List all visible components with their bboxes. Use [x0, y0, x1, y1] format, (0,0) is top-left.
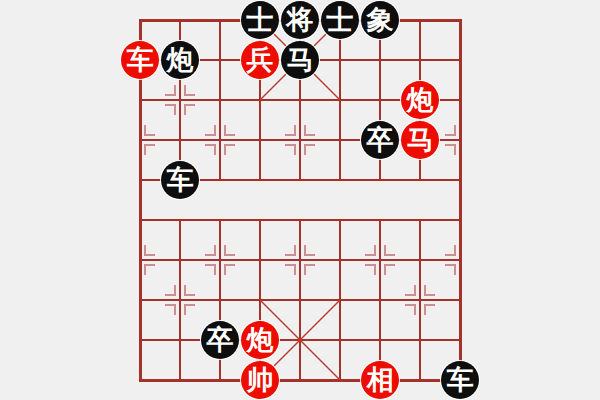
- piece-red-rook[interactable]: 车: [121, 41, 159, 79]
- piece-black-advisor-1[interactable]: 士: [241, 1, 279, 39]
- piece-black-elephant[interactable]: 象: [361, 1, 399, 39]
- piece-black-king[interactable]: 将: [281, 1, 319, 39]
- piece-red-king[interactable]: 帅: [241, 361, 279, 399]
- xiangqi-app: 士将士象车炮兵马炮卒马车卒炮帅相车: [0, 0, 600, 400]
- piece-red-cannon-2[interactable]: 炮: [241, 321, 279, 359]
- piece-black-cannon[interactable]: 炮: [161, 41, 199, 79]
- piece-black-rook-2[interactable]: 车: [441, 361, 479, 399]
- piece-black-advisor-2[interactable]: 士: [321, 1, 359, 39]
- piece-black-pawn-1[interactable]: 卒: [361, 121, 399, 159]
- piece-black-horse[interactable]: 马: [281, 41, 319, 79]
- xiangqi-board[interactable]: 士将士象车炮兵马炮卒马车卒炮帅相车: [120, 0, 480, 400]
- piece-red-elephant[interactable]: 相: [361, 361, 399, 399]
- piece-black-pawn-2[interactable]: 卒: [201, 321, 239, 359]
- piece-red-cannon-1[interactable]: 炮: [401, 81, 439, 119]
- piece-black-rook-1[interactable]: 车: [161, 161, 199, 199]
- piece-red-pawn[interactable]: 兵: [241, 41, 279, 79]
- piece-red-horse[interactable]: 马: [401, 121, 439, 159]
